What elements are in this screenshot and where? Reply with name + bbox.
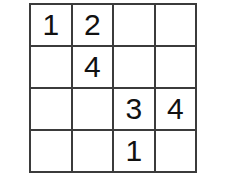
cell-r1c4[interactable] (156, 5, 196, 45)
cell-r2c4[interactable] (156, 47, 196, 87)
cell-r2c3[interactable] (114, 47, 154, 87)
cell-r3c4[interactable]: 4 (156, 89, 196, 129)
cell-r1c3[interactable] (114, 5, 154, 45)
cell-r3c2[interactable] (73, 89, 113, 129)
cell-r4c4[interactable] (156, 131, 196, 171)
cell-r3c3[interactable]: 3 (114, 89, 154, 129)
sudoku-page: 1 2 4 3 4 1 (0, 0, 225, 180)
cell-r2c1[interactable] (31, 47, 71, 87)
sudoku-board: 1 2 4 3 4 1 (29, 3, 197, 173)
cell-r4c3[interactable]: 1 (114, 131, 154, 171)
cell-r2c2[interactable]: 4 (73, 47, 113, 87)
cell-r4c1[interactable] (31, 131, 71, 171)
cell-r4c2[interactable] (73, 131, 113, 171)
cell-r1c1[interactable]: 1 (31, 5, 71, 45)
cell-r3c1[interactable] (31, 89, 71, 129)
cell-r1c2[interactable]: 2 (73, 5, 113, 45)
